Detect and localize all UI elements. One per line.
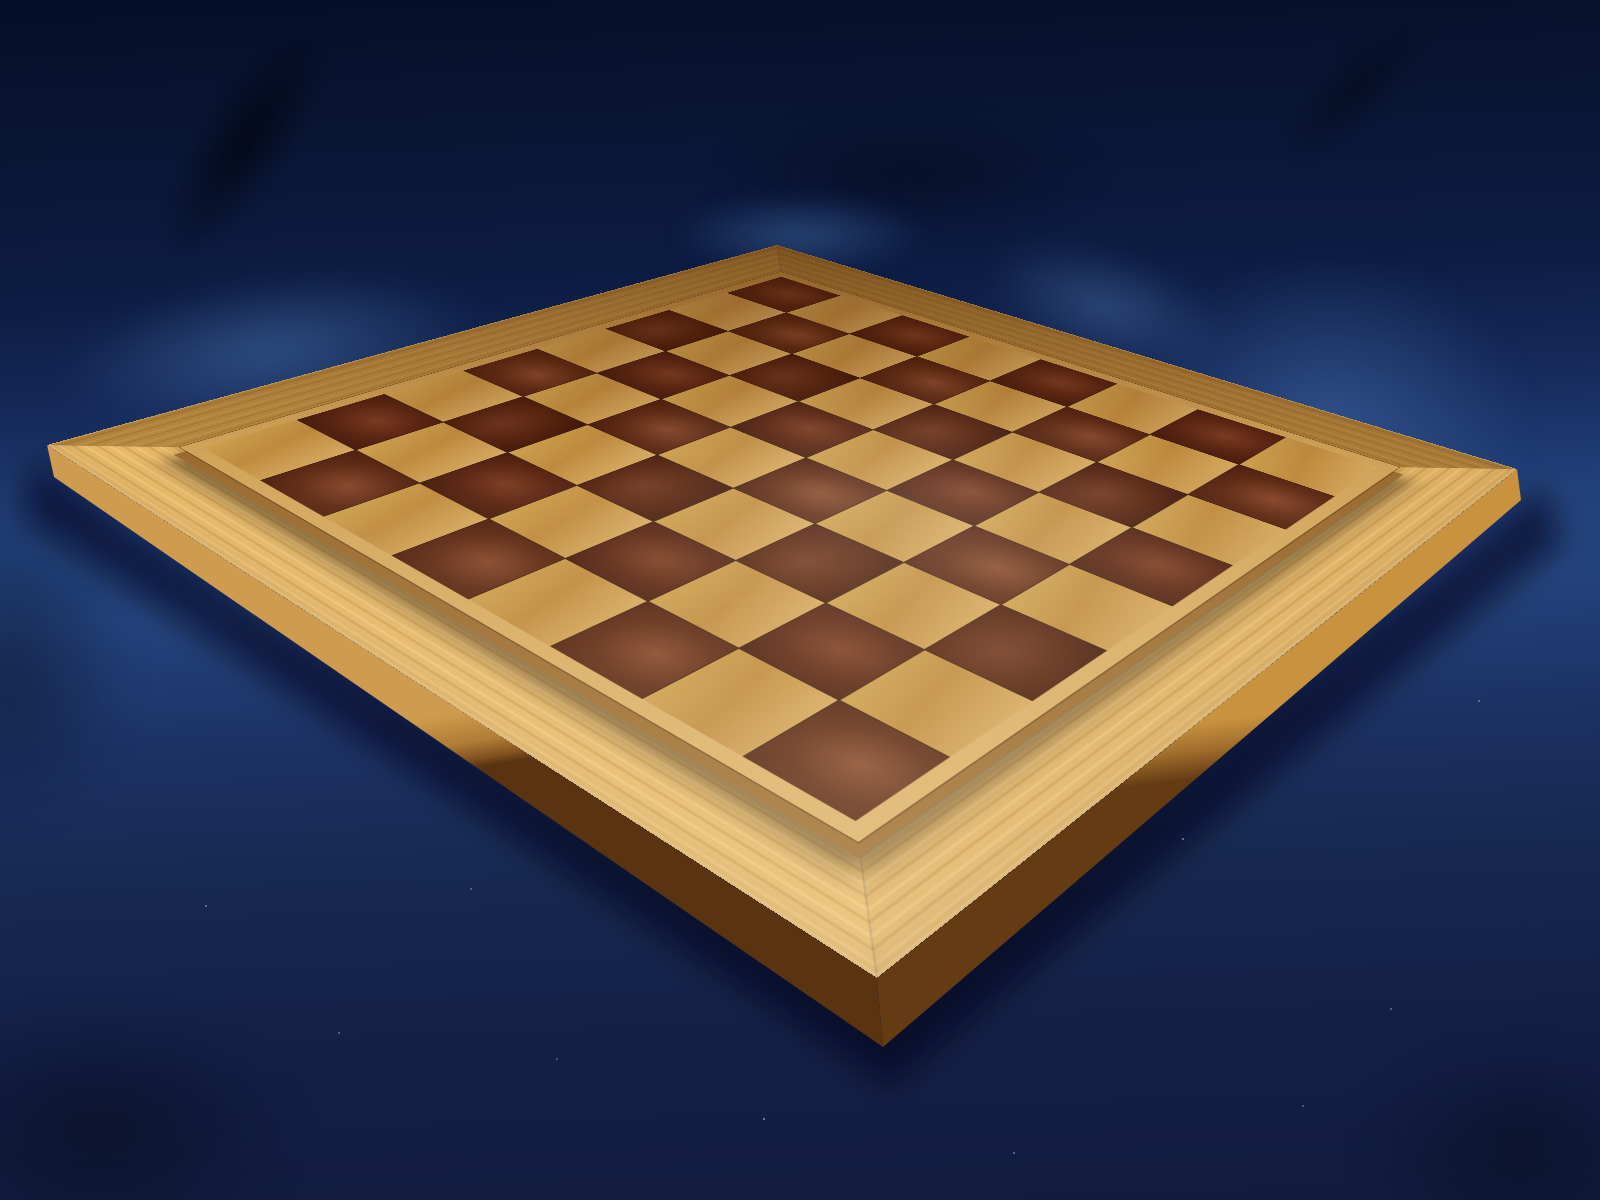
- lint-specks: [0, 0, 2, 2]
- scene: [0, 0, 1600, 1200]
